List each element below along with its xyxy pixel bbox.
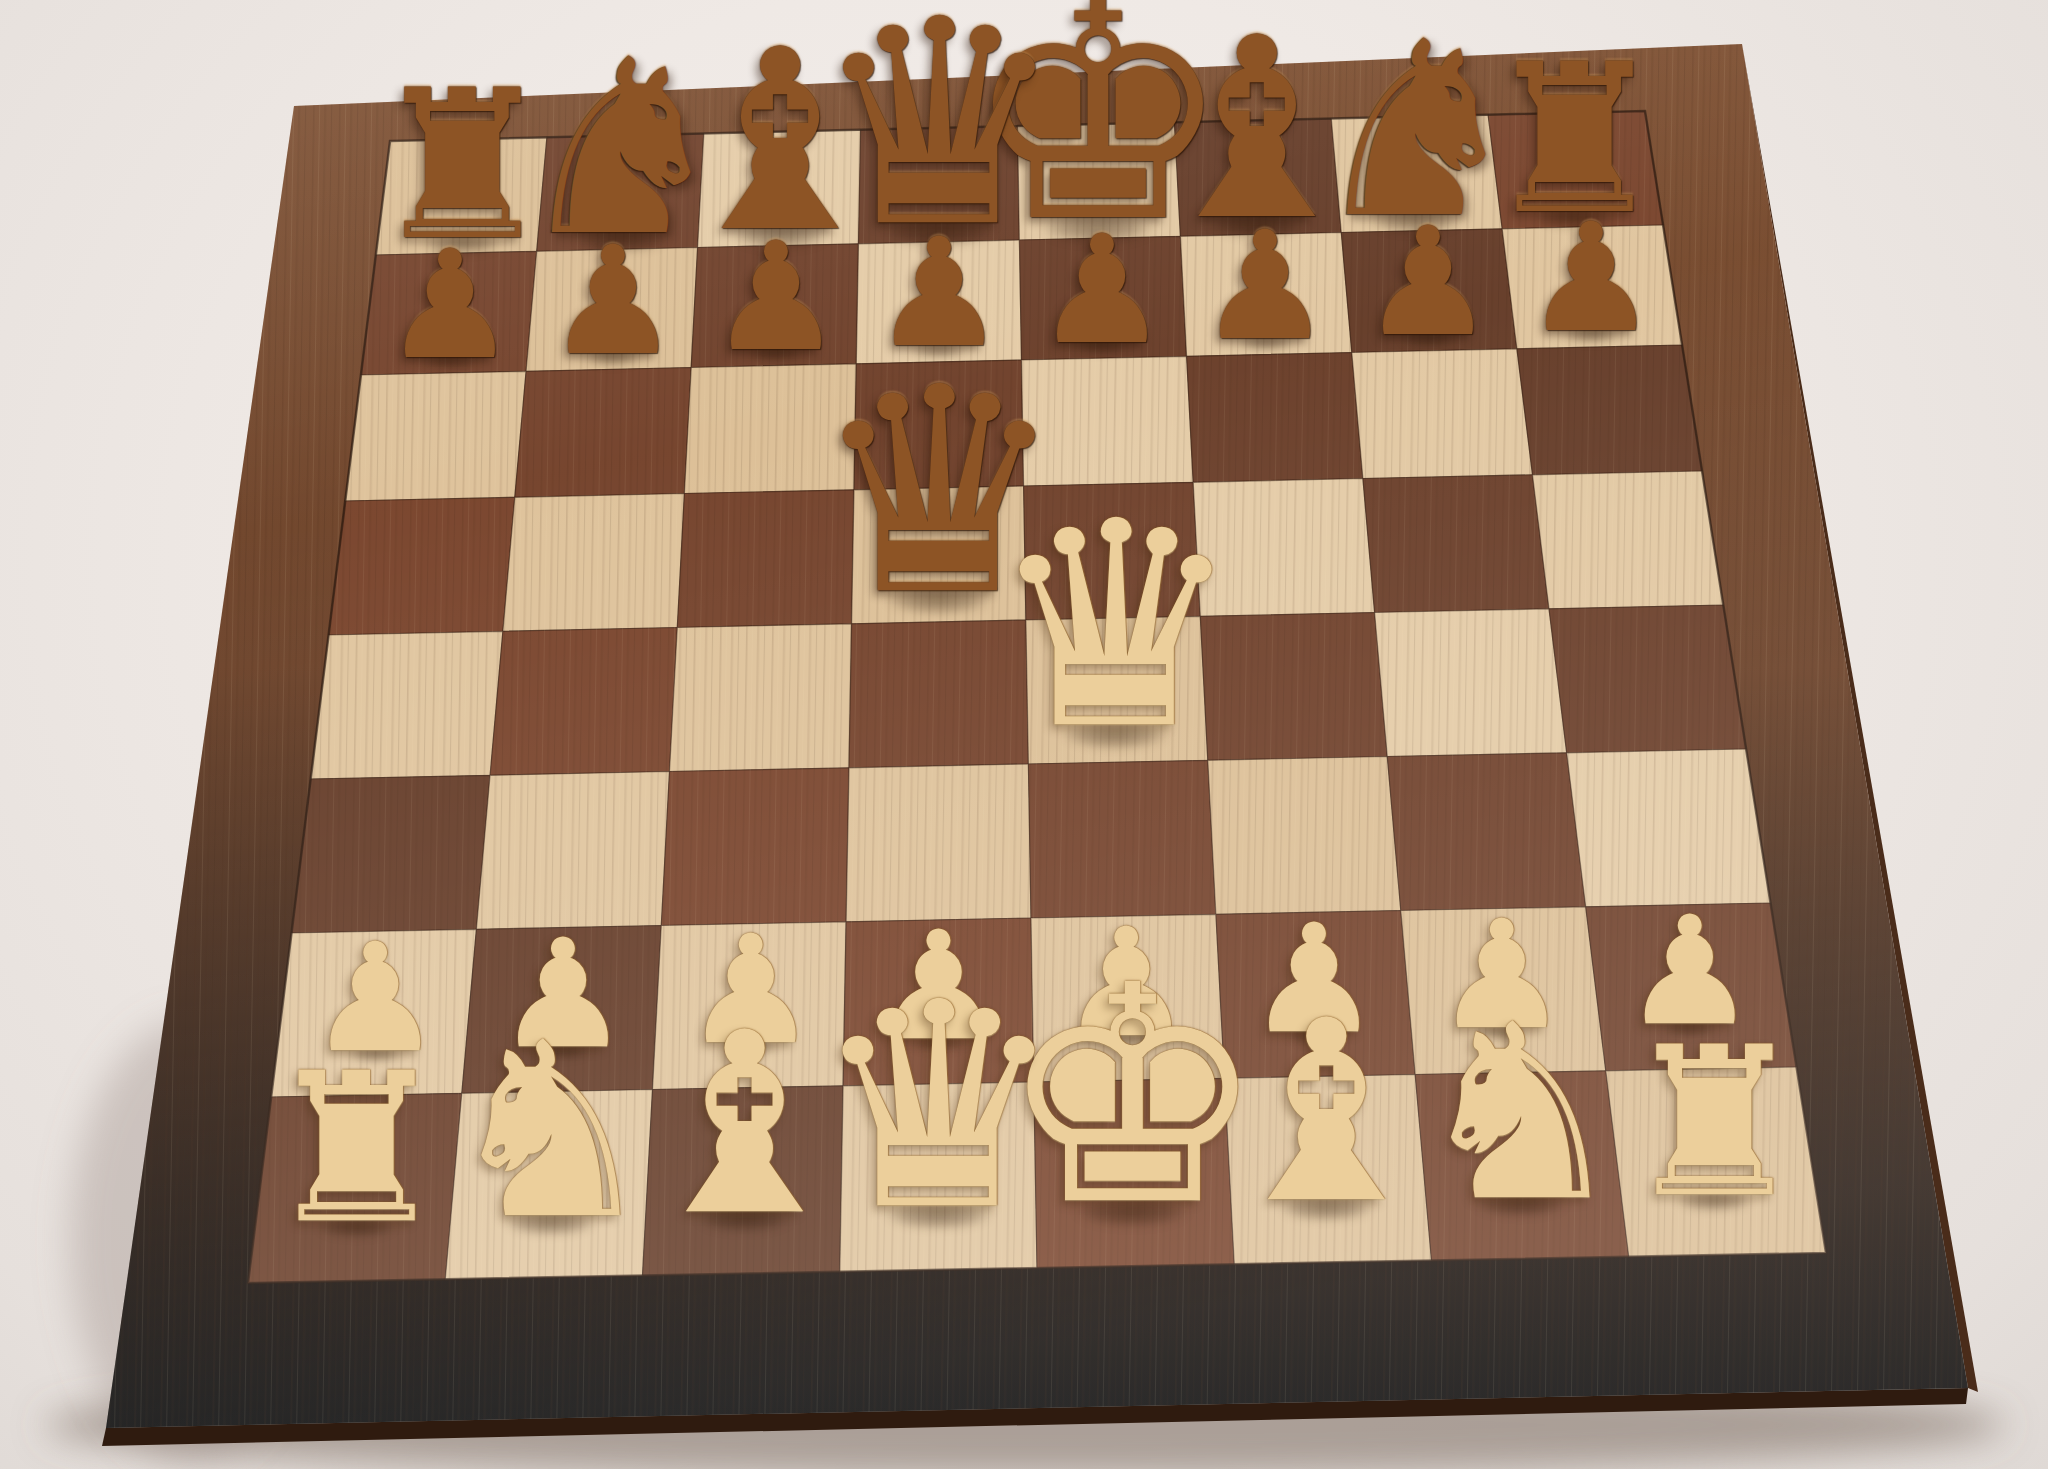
piece-black-pawn-b7[interactable]: ♟ (546, 225, 680, 375)
piece-black-pawn-f7[interactable]: ♟ (1198, 210, 1332, 360)
piece-white-rook-h1[interactable]: ♜ (1622, 1020, 1807, 1226)
piece-black-pawn-g7[interactable]: ♟ (1361, 207, 1495, 357)
piece-white-queen-e4[interactable]: ♛ (988, 484, 1243, 768)
piece-white-bishop-c1[interactable]: ♝ (632, 999, 856, 1249)
piece-white-knight-g1[interactable]: ♞ (1412, 991, 1629, 1233)
piece-white-rook-a1[interactable]: ♜ (264, 1046, 449, 1252)
piece-black-pawn-a7[interactable]: ♟ (383, 229, 517, 379)
piece-white-knight-b1[interactable]: ♞ (442, 1010, 659, 1252)
piece-black-pawn-h7[interactable]: ♟ (1524, 203, 1658, 353)
studio-backdrop: ♜♞♝♛♚♝♞♜♟♟♟♟♟♟♟♟♛♛♟♟♟♟♟♟♟♟♜♞♝♛♚♝♞♜ (0, 0, 2048, 1469)
pieces-layer: ♜♞♝♛♚♝♞♜♟♟♟♟♟♟♟♟♛♛♟♟♟♟♟♟♟♟♜♞♝♛♚♝♞♜ (0, 0, 2048, 1469)
